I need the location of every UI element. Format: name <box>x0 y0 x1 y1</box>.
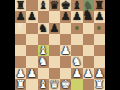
legal-move-dot-f6 <box>75 26 79 30</box>
square-g4[interactable] <box>83 45 94 56</box>
black-pawn-e7[interactable]: ♟ <box>60 11 71 22</box>
square-h5[interactable] <box>94 34 105 45</box>
square-g5[interactable] <box>83 34 94 45</box>
black-knight-c6[interactable]: ♞ <box>38 23 49 34</box>
square-f3[interactable]: ♞ <box>71 56 82 67</box>
square-b3[interactable] <box>26 56 37 67</box>
black-pawn-f7[interactable]: ♟ <box>71 11 82 22</box>
square-e3[interactable] <box>60 56 71 67</box>
letterbox-left <box>0 0 15 90</box>
square-b4[interactable] <box>26 45 37 56</box>
square-e7[interactable]: ♟ <box>60 11 71 22</box>
square-e6[interactable] <box>60 23 71 34</box>
app-viewport: ♜♝♛♚♝♞♜♟♟♟♟♟♟♞♟♝♟♞♞♟♟♟♟♟♜♝♛♚♜♞ <box>0 0 120 90</box>
black-pawn-h7[interactable]: ♟ <box>94 11 105 22</box>
square-b2[interactable]: ♟ <box>26 68 37 79</box>
square-a4[interactable] <box>15 45 26 56</box>
letterbox-right <box>105 0 120 90</box>
square-g3[interactable] <box>83 56 94 67</box>
square-d5[interactable] <box>49 34 60 45</box>
legal-move-dot-h6 <box>97 26 101 30</box>
square-h7[interactable]: ♟ <box>94 11 105 22</box>
square-d6[interactable]: ♟ <box>49 23 60 34</box>
square-c1[interactable]: ♝ <box>38 79 49 90</box>
square-c7[interactable] <box>38 11 49 22</box>
square-h4[interactable] <box>94 45 105 56</box>
white-pawn-g2[interactable]: ♟ <box>83 68 94 79</box>
white-pawn-e4[interactable]: ♟ <box>60 45 71 56</box>
square-b7[interactable]: ♟ <box>26 11 37 22</box>
square-f1[interactable] <box>71 79 82 90</box>
square-h1[interactable]: ♜ <box>94 79 105 90</box>
black-queen-d8[interactable]: ♛ <box>49 0 60 11</box>
square-f5[interactable] <box>71 34 82 45</box>
square-g1[interactable] <box>83 79 94 90</box>
square-d7[interactable] <box>49 11 60 22</box>
black-bishop-c8[interactable]: ♝ <box>38 0 49 11</box>
square-e4[interactable]: ♟ <box>60 45 71 56</box>
white-queen-d1[interactable]: ♛ <box>49 79 60 90</box>
black-pawn-d6[interactable]: ♟ <box>49 23 60 34</box>
square-g6[interactable] <box>83 23 94 34</box>
square-f6[interactable] <box>71 23 82 34</box>
square-e1[interactable]: ♚ <box>60 79 71 90</box>
square-a7[interactable]: ♟ <box>15 11 26 22</box>
square-f7[interactable]: ♟ <box>71 11 82 22</box>
white-king-e1[interactable]: ♚ <box>60 79 71 90</box>
square-a3[interactable] <box>15 56 26 67</box>
white-knight-c3[interactable]: ♞ <box>38 56 49 67</box>
square-d3[interactable] <box>49 56 60 67</box>
white-rook-h1[interactable]: ♜ <box>94 79 105 90</box>
square-b1[interactable] <box>26 79 37 90</box>
white-pawn-b2[interactable]: ♟ <box>26 68 37 79</box>
square-g7[interactable]: ♟ <box>83 11 94 22</box>
square-c3[interactable]: ♞ <box>38 56 49 67</box>
square-h3[interactable] <box>94 56 105 67</box>
square-g2[interactable]: ♟ <box>83 68 94 79</box>
square-b5[interactable] <box>26 34 37 45</box>
white-pawn-f2[interactable]: ♟ <box>71 68 82 79</box>
square-a5[interactable] <box>15 34 26 45</box>
chess-board[interactable]: ♜♝♛♚♝♞♜♟♟♟♟♟♟♞♟♝♟♞♞♟♟♟♟♟♜♝♛♚♜♞ <box>15 0 105 90</box>
last-move-highlight-f1 <box>71 79 82 90</box>
black-pawn-b7[interactable]: ♟ <box>26 11 37 22</box>
square-c6[interactable]: ♞ <box>38 23 49 34</box>
square-b6[interactable] <box>26 23 37 34</box>
square-c8[interactable]: ♝ <box>38 0 49 11</box>
white-rook-a1[interactable]: ♜ <box>15 79 26 90</box>
black-pawn-a7[interactable]: ♟ <box>15 11 26 22</box>
square-a6[interactable] <box>15 23 26 34</box>
square-d1[interactable]: ♛ <box>49 79 60 90</box>
white-bishop-c1[interactable]: ♝ <box>38 79 49 90</box>
square-a1[interactable]: ♜ <box>15 79 26 90</box>
square-f2[interactable]: ♟ <box>71 68 82 79</box>
square-d4[interactable] <box>49 45 60 56</box>
white-knight-f3[interactable]: ♞ <box>71 56 82 67</box>
square-h6[interactable] <box>94 23 105 34</box>
black-pawn-g7[interactable]: ♟ <box>83 11 94 22</box>
square-d8[interactable]: ♛ <box>49 0 60 11</box>
